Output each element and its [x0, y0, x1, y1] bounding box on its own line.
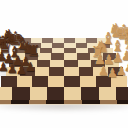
square-light [0, 87, 12, 100]
square-dark [116, 87, 128, 100]
light-pawn-piece: ♟ [124, 61, 128, 73]
square-dark [64, 76, 80, 87]
square-dark [81, 87, 98, 100]
square-light [35, 67, 50, 76]
dark-pawn-piece: ♟ [25, 61, 36, 73]
square-light [17, 76, 33, 87]
square-light [64, 67, 79, 76]
board-row [0, 87, 128, 100]
square-light [30, 87, 47, 100]
square-light [64, 87, 81, 100]
square-dark [1, 76, 17, 87]
square-dark [32, 76, 48, 87]
chess-set-photo: ♞♚♜♛♝♞♜♝♟♟♟♟♟♟♟♟♞♚♛♝♜♞♝♜♟♟♟♟♟♟♟♟ [0, 0, 128, 128]
square-dark [47, 87, 64, 100]
square-dark [37, 60, 51, 68]
square-light [48, 76, 64, 87]
square-light [78, 60, 92, 68]
square-light [50, 60, 64, 68]
square-dark [79, 67, 94, 76]
board-base-edge [0, 104, 128, 105]
square-dark [49, 67, 64, 76]
square-light [99, 87, 116, 100]
square-light [80, 76, 96, 87]
square-dark [64, 60, 78, 68]
square-dark [12, 87, 29, 100]
